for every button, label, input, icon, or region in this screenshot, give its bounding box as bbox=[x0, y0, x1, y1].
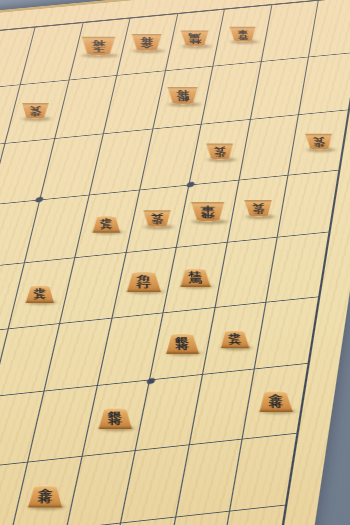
board-grid bbox=[0, 0, 350, 525]
piece-knight-sente[interactable]: 桂馬 bbox=[179, 268, 212, 287]
piece-pawn-gote[interactable]: 歩兵 bbox=[142, 210, 172, 227]
piece-gold-sente[interactable]: 金将 bbox=[27, 485, 64, 508]
piece-face: 金将 bbox=[257, 390, 294, 411]
piece-knight-gote[interactable]: 桂馬 bbox=[180, 30, 211, 46]
piece-silver-sente[interactable]: 銀将 bbox=[97, 407, 133, 429]
piece-pawn-gote[interactable]: 歩兵 bbox=[304, 134, 334, 151]
board-square[interactable] bbox=[278, 170, 338, 237]
piece-pawn-gote[interactable]: 歩兵 bbox=[21, 103, 50, 119]
piece-face: 金将 bbox=[27, 485, 64, 508]
piece-gold-sente[interactable]: 金将 bbox=[257, 390, 294, 411]
piece-rook-gote[interactable]: 飛車 bbox=[190, 202, 227, 222]
piece-pawn-sente[interactable]: 歩兵 bbox=[219, 330, 251, 349]
board-square[interactable] bbox=[267, 233, 329, 303]
piece-face: 銀将 bbox=[165, 333, 201, 354]
piece-face: 角行 bbox=[125, 271, 162, 292]
piece-bishop-sente[interactable]: 角行 bbox=[125, 271, 162, 292]
piece-pawn-gote[interactable]: 歩兵 bbox=[205, 144, 235, 161]
piece-pawn-gote[interactable]: 歩兵 bbox=[243, 200, 274, 217]
piece-pawn-sente[interactable]: 歩兵 bbox=[91, 215, 121, 232]
photo-background: 玉将金将桂馬香車香車歩兵銀将歩兵歩兵歩兵歩兵歩兵歩兵飛車歩兵歩兵角行桂馬歩兵銀将… bbox=[0, 0, 350, 525]
piece-gold-gote[interactable]: 金将 bbox=[130, 34, 163, 51]
shogi-board: 玉将金将桂馬香車香車歩兵銀将歩兵歩兵歩兵歩兵歩兵歩兵飛車歩兵歩兵角行桂馬歩兵銀将… bbox=[0, 0, 350, 525]
piece-face: 歩兵 bbox=[24, 285, 55, 303]
piece-lance-gote[interactable]: 香車 bbox=[228, 27, 257, 43]
piece-pawn-sente[interactable]: 歩兵 bbox=[24, 285, 55, 303]
piece-face: 歩兵 bbox=[91, 215, 121, 232]
piece-face: 桂馬 bbox=[179, 268, 212, 287]
piece-silver-gote[interactable]: 銀将 bbox=[166, 87, 199, 105]
piece-face: 銀将 bbox=[97, 407, 133, 429]
piece-silver-sente[interactable]: 銀将 bbox=[165, 333, 201, 354]
piece-face: 歩兵 bbox=[219, 330, 251, 349]
piece-king-gote[interactable]: 玉将 bbox=[80, 37, 117, 56]
